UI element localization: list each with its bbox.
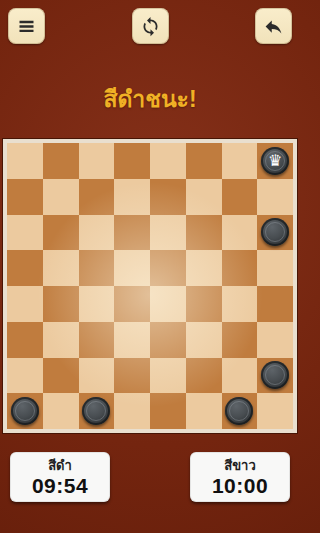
square-f2[interactable] <box>186 358 222 394</box>
square-h4[interactable] <box>257 286 293 322</box>
square-d8[interactable] <box>114 143 150 179</box>
square-b8[interactable] <box>43 143 79 179</box>
black-clock-time: 09:54 <box>10 474 110 497</box>
square-d6[interactable] <box>114 215 150 251</box>
square-b5[interactable] <box>43 250 79 286</box>
square-d5[interactable] <box>114 250 150 286</box>
square-c5[interactable] <box>79 250 115 286</box>
white-clock-time: 10:00 <box>190 474 290 497</box>
square-g7[interactable] <box>222 179 258 215</box>
square-g4[interactable] <box>222 286 258 322</box>
square-f6[interactable] <box>186 215 222 251</box>
board-grid: ♛ <box>7 143 293 429</box>
square-f5[interactable] <box>186 250 222 286</box>
undo-arrow-icon <box>263 16 284 37</box>
toolbar <box>0 0 300 44</box>
black-man-piece[interactable] <box>261 361 289 389</box>
board-frame: ♛ <box>3 139 297 433</box>
undo-button[interactable] <box>255 8 292 44</box>
square-e1[interactable] <box>150 393 186 429</box>
square-f8[interactable] <box>186 143 222 179</box>
black-man-piece[interactable] <box>82 397 110 425</box>
square-a4[interactable] <box>7 286 43 322</box>
square-d7[interactable] <box>114 179 150 215</box>
restart-button[interactable] <box>132 8 169 44</box>
square-h2[interactable] <box>257 358 293 394</box>
app-screen: { "game": "checkers (draughts), 8x8", "b… <box>0 0 300 533</box>
square-a5[interactable] <box>7 250 43 286</box>
square-g2[interactable] <box>222 358 258 394</box>
black-king-piece[interactable]: ♛ <box>261 147 289 175</box>
black-man-piece[interactable] <box>11 397 39 425</box>
square-a1[interactable] <box>7 393 43 429</box>
square-d4[interactable] <box>114 286 150 322</box>
square-c4[interactable] <box>79 286 115 322</box>
square-c3[interactable] <box>79 322 115 358</box>
square-f4[interactable] <box>186 286 222 322</box>
square-d3[interactable] <box>114 322 150 358</box>
square-c2[interactable] <box>79 358 115 394</box>
white-clock: สีขาว 10:00 <box>190 452 290 502</box>
square-h7[interactable] <box>257 179 293 215</box>
square-a6[interactable] <box>7 215 43 251</box>
hamburger-menu-icon <box>16 16 37 37</box>
square-h8[interactable]: ♛ <box>257 143 293 179</box>
square-c6[interactable] <box>79 215 115 251</box>
square-b1[interactable] <box>43 393 79 429</box>
square-e4[interactable] <box>150 286 186 322</box>
square-g3[interactable] <box>222 322 258 358</box>
square-g5[interactable] <box>222 250 258 286</box>
black-clock-label: สีดำ <box>10 458 110 474</box>
square-b2[interactable] <box>43 358 79 394</box>
square-a7[interactable] <box>7 179 43 215</box>
square-d1[interactable] <box>114 393 150 429</box>
square-b7[interactable] <box>43 179 79 215</box>
square-e3[interactable] <box>150 322 186 358</box>
black-clock: สีดำ 09:54 <box>10 452 110 502</box>
square-a2[interactable] <box>7 358 43 394</box>
square-c7[interactable] <box>79 179 115 215</box>
clocks-row: สีดำ 09:54 สีขาว 10:00 <box>10 452 290 502</box>
square-f7[interactable] <box>186 179 222 215</box>
square-h5[interactable] <box>257 250 293 286</box>
square-e8[interactable] <box>150 143 186 179</box>
black-man-piece[interactable] <box>225 397 253 425</box>
square-h6[interactable] <box>257 215 293 251</box>
black-man-piece[interactable] <box>261 218 289 246</box>
crown-icon: ♛ <box>261 147 289 175</box>
square-e6[interactable] <box>150 215 186 251</box>
square-a8[interactable] <box>7 143 43 179</box>
square-g1[interactable] <box>222 393 258 429</box>
square-a3[interactable] <box>7 322 43 358</box>
square-h1[interactable] <box>257 393 293 429</box>
square-f1[interactable] <box>186 393 222 429</box>
square-c8[interactable] <box>79 143 115 179</box>
menu-button[interactable] <box>8 8 45 44</box>
square-g6[interactable] <box>222 215 258 251</box>
refresh-icon <box>140 16 161 37</box>
square-b6[interactable] <box>43 215 79 251</box>
square-g8[interactable] <box>222 143 258 179</box>
square-d2[interactable] <box>114 358 150 394</box>
square-c1[interactable] <box>79 393 115 429</box>
white-clock-label: สีขาว <box>190 458 290 474</box>
square-h3[interactable] <box>257 322 293 358</box>
square-e5[interactable] <box>150 250 186 286</box>
square-e7[interactable] <box>150 179 186 215</box>
square-f3[interactable] <box>186 322 222 358</box>
square-e2[interactable] <box>150 358 186 394</box>
winner-banner: สีดำชนะ! <box>0 84 300 114</box>
square-b4[interactable] <box>43 286 79 322</box>
square-b3[interactable] <box>43 322 79 358</box>
